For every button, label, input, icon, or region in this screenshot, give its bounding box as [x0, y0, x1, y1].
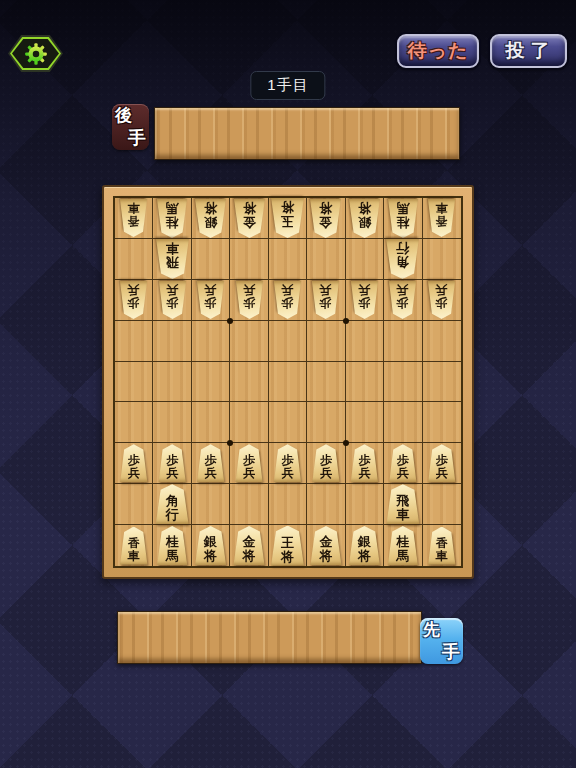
- cell-7-2[interactable]: [192, 239, 230, 280]
- cell-5-5[interactable]: [269, 362, 307, 403]
- cell-9-5[interactable]: [115, 362, 153, 403]
- sente-player-badge: 先 手: [420, 618, 463, 664]
- cell-4-7[interactable]: 歩兵: [307, 443, 345, 484]
- koma-kanji: 歩兵: [273, 281, 302, 319]
- piece-sente-lance[interactable]: 香車: [119, 527, 148, 565]
- gear-icon: [23, 41, 49, 67]
- koma-kanji: 歩兵: [388, 444, 417, 482]
- cell-3-6[interactable]: [346, 402, 384, 443]
- piece-sente-knight[interactable]: 桂馬: [156, 526, 188, 565]
- cell-1-2[interactable]: [423, 239, 461, 280]
- cell-7-6[interactable]: [192, 402, 230, 443]
- cell-6-9[interactable]: 金将: [230, 525, 268, 566]
- koma-kanji: 銀将: [348, 199, 381, 238]
- cell-9-2[interactable]: [115, 239, 153, 280]
- cell-2-1[interactable]: 桂馬: [384, 198, 422, 239]
- cell-2-4[interactable]: [384, 321, 422, 362]
- cell-9-3[interactable]: 歩兵: [115, 280, 153, 321]
- cell-7-9[interactable]: 銀将: [192, 525, 230, 566]
- star-point: [227, 318, 233, 324]
- cell-4-2[interactable]: [307, 239, 345, 280]
- cell-1-1[interactable]: 香車: [423, 198, 461, 239]
- cell-8-4[interactable]: [153, 321, 191, 362]
- piece-sente-king[interactable]: 王将: [270, 526, 305, 566]
- cell-6-5[interactable]: [230, 362, 268, 403]
- cell-3-3[interactable]: 歩兵: [346, 280, 384, 321]
- koma-kanji: 歩兵: [119, 281, 148, 319]
- cell-7-1[interactable]: 銀将: [192, 198, 230, 239]
- piece-sente-knight[interactable]: 桂馬: [387, 526, 419, 565]
- cell-8-8[interactable]: 角行: [153, 484, 191, 525]
- koma-kanji: 歩兵: [235, 444, 264, 482]
- cell-7-8[interactable]: [192, 484, 230, 525]
- piece-sente-gold[interactable]: 金将: [309, 526, 342, 565]
- koma-kanji: 香車: [427, 199, 456, 237]
- cell-3-9[interactable]: 銀将: [346, 525, 384, 566]
- cell-8-5[interactable]: [153, 362, 191, 403]
- cell-2-2[interactable]: 角行: [384, 239, 422, 280]
- cell-2-9[interactable]: 桂馬: [384, 525, 422, 566]
- cell-7-7[interactable]: 歩兵: [192, 443, 230, 484]
- piece-sente-gold[interactable]: 金将: [233, 526, 266, 565]
- piece-gote-pawn[interactable]: 歩兵: [235, 281, 264, 319]
- koma-kanji: 銀将: [348, 526, 381, 565]
- koma-kanji: 玉将: [270, 198, 305, 238]
- cell-1-7[interactable]: 歩兵: [423, 443, 461, 484]
- cell-5-6[interactable]: [269, 402, 307, 443]
- move-counter: 1手目: [250, 71, 325, 100]
- koma-kanji: 歩兵: [350, 444, 379, 482]
- piece-gote-lance[interactable]: 香車: [119, 199, 148, 237]
- cell-6-7[interactable]: 歩兵: [230, 443, 268, 484]
- cell-3-2[interactable]: [346, 239, 384, 280]
- koma-kanji: 歩兵: [350, 281, 379, 319]
- koma-kanji: 金将: [233, 199, 266, 238]
- piece-gote-pawn[interactable]: 歩兵: [311, 281, 340, 319]
- board-grid: 香車桂馬銀将金将玉将金将銀将桂馬香車飛車角行歩兵歩兵歩兵歩兵歩兵歩兵歩兵歩兵歩兵…: [113, 196, 463, 568]
- cell-1-9[interactable]: 香車: [423, 525, 461, 566]
- koma-kanji: 歩兵: [427, 444, 456, 482]
- piece-sente-pawn[interactable]: 歩兵: [158, 444, 187, 482]
- piece-sente-silver[interactable]: 銀将: [348, 526, 381, 565]
- koma-kanji: 歩兵: [196, 281, 225, 319]
- piece-sente-pawn[interactable]: 歩兵: [119, 444, 148, 482]
- cell-9-4[interactable]: [115, 321, 153, 362]
- cell-2-6[interactable]: [384, 402, 422, 443]
- settings-button[interactable]: [8, 35, 63, 72]
- star-point: [343, 440, 349, 446]
- cell-5-4[interactable]: [269, 321, 307, 362]
- gote-badge-char2: 手: [128, 129, 146, 147]
- piece-sente-silver[interactable]: 銀将: [194, 526, 227, 565]
- piece-gote-pawn[interactable]: 歩兵: [273, 281, 302, 319]
- koma-kanji: 金将: [309, 526, 342, 565]
- cell-4-1[interactable]: 金将: [307, 198, 345, 239]
- cell-1-4[interactable]: [423, 321, 461, 362]
- cell-2-7[interactable]: 歩兵: [384, 443, 422, 484]
- cell-4-8[interactable]: [307, 484, 345, 525]
- koma-kanji: 桂馬: [156, 526, 188, 565]
- shogi-app-screen: 待った 投了 1手目 後 手 香車桂馬銀将金将玉将金将銀将桂馬香車飛車角行歩兵歩…: [0, 0, 576, 768]
- piece-sente-pawn[interactable]: 歩兵: [235, 444, 264, 482]
- cell-4-6[interactable]: [307, 402, 345, 443]
- piece-gote-pawn[interactable]: 歩兵: [158, 281, 187, 319]
- sente-badge-char2: 手: [442, 643, 460, 661]
- cell-1-5[interactable]: [423, 362, 461, 403]
- cell-6-1[interactable]: 金将: [230, 198, 268, 239]
- star-point: [227, 440, 233, 446]
- piece-gote-pawn[interactable]: 歩兵: [196, 281, 225, 319]
- resign-button[interactable]: 投了: [490, 34, 567, 68]
- koma-kanji: 歩兵: [273, 444, 302, 482]
- piece-gote-king[interactable]: 玉将: [270, 198, 305, 238]
- piece-gote-pawn[interactable]: 歩兵: [350, 281, 379, 319]
- cell-5-8[interactable]: [269, 484, 307, 525]
- cell-7-5[interactable]: [192, 362, 230, 403]
- cell-9-8[interactable]: [115, 484, 153, 525]
- piece-gote-knight[interactable]: 桂馬: [387, 199, 419, 238]
- koma-kanji: 角行: [385, 239, 420, 279]
- gote-badge-char1: 後: [115, 107, 132, 124]
- piece-gote-pawn[interactable]: 歩兵: [119, 281, 148, 319]
- koma-kanji: 飛車: [155, 239, 190, 279]
- cell-4-4[interactable]: [307, 321, 345, 362]
- piece-gote-pawn[interactable]: 歩兵: [388, 281, 417, 319]
- koma-kanji: 歩兵: [158, 281, 187, 319]
- cell-3-8[interactable]: [346, 484, 384, 525]
- koma-kanji: 香車: [427, 527, 456, 565]
- cell-9-7[interactable]: 歩兵: [115, 443, 153, 484]
- koma-kanji: 香車: [119, 199, 148, 237]
- piece-sente-pawn[interactable]: 歩兵: [388, 444, 417, 482]
- piece-sente-pawn[interactable]: 歩兵: [196, 444, 225, 482]
- gote-player-badge: 後 手: [112, 104, 149, 150]
- piece-sente-pawn[interactable]: 歩兵: [427, 444, 456, 482]
- cell-1-6[interactable]: [423, 402, 461, 443]
- koma-kanji: 歩兵: [158, 444, 187, 482]
- cell-3-1[interactable]: 銀将: [346, 198, 384, 239]
- cell-6-8[interactable]: [230, 484, 268, 525]
- cell-5-1[interactable]: 玉将: [269, 198, 307, 239]
- cell-1-3[interactable]: 歩兵: [423, 280, 461, 321]
- piece-gote-silver[interactable]: 銀将: [348, 199, 381, 238]
- cell-1-8[interactable]: [423, 484, 461, 525]
- cell-5-7[interactable]: 歩兵: [269, 443, 307, 484]
- piece-sente-pawn[interactable]: 歩兵: [273, 444, 302, 482]
- cell-8-2[interactable]: 飛車: [153, 239, 191, 280]
- cell-7-3[interactable]: 歩兵: [192, 280, 230, 321]
- piece-gote-silver[interactable]: 銀将: [194, 199, 227, 238]
- cell-6-2[interactable]: [230, 239, 268, 280]
- sente-captured-tray[interactable]: [117, 611, 422, 664]
- cell-5-2[interactable]: [269, 239, 307, 280]
- koma-kanji: 歩兵: [311, 281, 340, 319]
- piece-sente-lance[interactable]: 香車: [427, 527, 456, 565]
- cell-6-6[interactable]: [230, 402, 268, 443]
- koma-kanji: 飛車: [385, 484, 420, 524]
- piece-gote-knight[interactable]: 桂馬: [156, 199, 188, 238]
- koma-kanji: 香車: [119, 527, 148, 565]
- koma-kanji: 銀将: [194, 199, 227, 238]
- cell-9-6[interactable]: [115, 402, 153, 443]
- piece-gote-gold[interactable]: 金将: [309, 199, 342, 238]
- koma-kanji: 桂馬: [156, 199, 188, 238]
- koma-kanji: 桂馬: [387, 199, 419, 238]
- piece-sente-rook[interactable]: 飛車: [385, 484, 420, 524]
- cell-6-3[interactable]: 歩兵: [230, 280, 268, 321]
- piece-gote-lance[interactable]: 香車: [427, 199, 456, 237]
- gote-captured-tray[interactable]: [154, 107, 460, 160]
- cell-5-9[interactable]: 王将: [269, 525, 307, 566]
- cell-8-6[interactable]: [153, 402, 191, 443]
- cell-8-1[interactable]: 桂馬: [153, 198, 191, 239]
- cell-7-4[interactable]: [192, 321, 230, 362]
- piece-gote-rook[interactable]: 飛車: [155, 239, 190, 279]
- star-point: [343, 318, 349, 324]
- cell-2-3[interactable]: 歩兵: [384, 280, 422, 321]
- cell-6-4[interactable]: [230, 321, 268, 362]
- cell-8-7[interactable]: 歩兵: [153, 443, 191, 484]
- cell-5-3[interactable]: 歩兵: [269, 280, 307, 321]
- koma-kanji: 金将: [233, 526, 266, 565]
- koma-kanji: 歩兵: [388, 281, 417, 319]
- sente-badge-char1: 先: [423, 621, 440, 638]
- cell-4-3[interactable]: 歩兵: [307, 280, 345, 321]
- piece-sente-pawn[interactable]: 歩兵: [311, 444, 340, 482]
- piece-gote-gold[interactable]: 金将: [233, 199, 266, 238]
- koma-kanji: 銀将: [194, 526, 227, 565]
- cell-4-9[interactable]: 金将: [307, 525, 345, 566]
- cell-8-9[interactable]: 桂馬: [153, 525, 191, 566]
- piece-gote-pawn[interactable]: 歩兵: [427, 281, 456, 319]
- koma-kanji: 歩兵: [235, 281, 264, 319]
- cell-4-5[interactable]: [307, 362, 345, 403]
- koma-kanji: 歩兵: [196, 444, 225, 482]
- cell-3-7[interactable]: 歩兵: [346, 443, 384, 484]
- koma-kanji: 王将: [270, 526, 305, 566]
- cell-9-1[interactable]: 香車: [115, 198, 153, 239]
- undo-button[interactable]: 待った: [397, 34, 479, 68]
- cell-2-8[interactable]: 飛車: [384, 484, 422, 525]
- cell-8-3[interactable]: 歩兵: [153, 280, 191, 321]
- koma-kanji: 歩兵: [119, 444, 148, 482]
- koma-kanji: 歩兵: [427, 281, 456, 319]
- koma-kanji: 金将: [309, 199, 342, 238]
- piece-gote-bishop[interactable]: 角行: [385, 239, 420, 279]
- cell-9-9[interactable]: 香車: [115, 525, 153, 566]
- cell-3-4[interactable]: [346, 321, 384, 362]
- shogi-board[interactable]: 香車桂馬銀将金将玉将金将銀将桂馬香車飛車角行歩兵歩兵歩兵歩兵歩兵歩兵歩兵歩兵歩兵…: [102, 185, 474, 579]
- cell-3-5[interactable]: [346, 362, 384, 403]
- koma-kanji: 歩兵: [311, 444, 340, 482]
- piece-sente-pawn[interactable]: 歩兵: [350, 444, 379, 482]
- piece-sente-bishop[interactable]: 角行: [155, 484, 190, 524]
- cell-2-5[interactable]: [384, 362, 422, 403]
- koma-kanji: 角行: [155, 484, 190, 524]
- koma-kanji: 桂馬: [387, 526, 419, 565]
